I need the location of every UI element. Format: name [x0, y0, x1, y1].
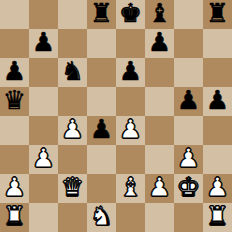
square-g7[interactable]: [174, 29, 203, 58]
square-d1[interactable]: ♞: [87, 203, 116, 232]
square-c5[interactable]: [58, 87, 87, 116]
square-c1[interactable]: [58, 203, 87, 232]
square-e3[interactable]: [116, 145, 145, 174]
square-a7[interactable]: [0, 29, 29, 58]
square-f5[interactable]: [145, 87, 174, 116]
square-b4[interactable]: [29, 116, 58, 145]
square-c8[interactable]: [58, 0, 87, 29]
black-pawn-icon[interactable]: ♟: [177, 87, 200, 115]
black-pawn-icon[interactable]: ♟: [206, 87, 229, 115]
square-a1[interactable]: ♜: [0, 203, 29, 232]
square-b1[interactable]: [29, 203, 58, 232]
white-rook-icon[interactable]: ♜: [206, 203, 229, 231]
square-d2[interactable]: [87, 174, 116, 203]
square-c4[interactable]: ♟: [58, 116, 87, 145]
square-a6[interactable]: ♟: [0, 58, 29, 87]
square-d8[interactable]: ♜: [87, 0, 116, 29]
square-e7[interactable]: [116, 29, 145, 58]
square-c3[interactable]: [58, 145, 87, 174]
square-e1[interactable]: [116, 203, 145, 232]
white-pawn-icon[interactable]: ♟: [206, 174, 229, 202]
square-d3[interactable]: [87, 145, 116, 174]
square-b7[interactable]: ♟: [29, 29, 58, 58]
square-b6[interactable]: [29, 58, 58, 87]
square-h8[interactable]: ♜: [203, 0, 232, 29]
square-g5[interactable]: ♟: [174, 87, 203, 116]
square-e5[interactable]: [116, 87, 145, 116]
black-pawn-icon[interactable]: ♟: [148, 29, 171, 57]
black-pawn-icon[interactable]: ♟: [90, 116, 113, 144]
square-d5[interactable]: [87, 87, 116, 116]
black-pawn-icon[interactable]: ♟: [32, 29, 55, 57]
square-h5[interactable]: ♟: [203, 87, 232, 116]
square-b3[interactable]: ♟: [29, 145, 58, 174]
square-e2[interactable]: ♝: [116, 174, 145, 203]
square-f2[interactable]: ♟: [145, 174, 174, 203]
square-e4[interactable]: ♟: [116, 116, 145, 145]
square-g1[interactable]: [174, 203, 203, 232]
square-d6[interactable]: [87, 58, 116, 87]
white-bishop-icon[interactable]: ♝: [119, 174, 142, 202]
square-a2[interactable]: ♟: [0, 174, 29, 203]
square-b8[interactable]: [29, 0, 58, 29]
square-f6[interactable]: [145, 58, 174, 87]
black-queen-icon[interactable]: ♛: [3, 87, 26, 115]
square-b5[interactable]: [29, 87, 58, 116]
white-pawn-icon[interactable]: ♟: [148, 174, 171, 202]
square-a8[interactable]: [0, 0, 29, 29]
square-d7[interactable]: [87, 29, 116, 58]
white-pawn-icon[interactable]: ♟: [177, 145, 200, 173]
square-f8[interactable]: ♝: [145, 0, 174, 29]
black-pawn-icon[interactable]: ♟: [3, 58, 26, 86]
square-h2[interactable]: ♟: [203, 174, 232, 203]
black-bishop-icon[interactable]: ♝: [148, 0, 171, 28]
white-pawn-icon[interactable]: ♟: [32, 145, 55, 173]
square-c6[interactable]: ♞: [58, 58, 87, 87]
white-pawn-icon[interactable]: ♟: [119, 116, 142, 144]
white-knight-icon[interactable]: ♞: [90, 203, 113, 231]
black-king-icon[interactable]: ♚: [119, 0, 142, 28]
square-h3[interactable]: [203, 145, 232, 174]
black-rook-icon[interactable]: ♜: [206, 0, 229, 28]
square-g3[interactable]: ♟: [174, 145, 203, 174]
white-pawn-icon[interactable]: ♟: [61, 116, 84, 144]
square-c7[interactable]: [58, 29, 87, 58]
square-a4[interactable]: [0, 116, 29, 145]
white-pawn-icon[interactable]: ♟: [3, 174, 26, 202]
white-rook-icon[interactable]: ♜: [3, 203, 26, 231]
square-g4[interactable]: [174, 116, 203, 145]
square-b2[interactable]: [29, 174, 58, 203]
square-c2[interactable]: ♛: [58, 174, 87, 203]
square-e6[interactable]: ♟: [116, 58, 145, 87]
square-a3[interactable]: [0, 145, 29, 174]
chess-board: ♜♚♝♜♟♟♟♞♟♛♟♟♟♟♟♟♟♟♛♝♟♚♟♜♞♜: [0, 0, 232, 232]
white-queen-icon[interactable]: ♛: [61, 174, 84, 202]
square-a5[interactable]: ♛: [0, 87, 29, 116]
black-knight-icon[interactable]: ♞: [61, 58, 84, 86]
square-f7[interactable]: ♟: [145, 29, 174, 58]
black-rook-icon[interactable]: ♜: [90, 0, 113, 28]
square-f4[interactable]: [145, 116, 174, 145]
square-h1[interactable]: ♜: [203, 203, 232, 232]
square-h7[interactable]: [203, 29, 232, 58]
square-e8[interactable]: ♚: [116, 0, 145, 29]
square-g6[interactable]: [174, 58, 203, 87]
square-g8[interactable]: [174, 0, 203, 29]
square-h6[interactable]: [203, 58, 232, 87]
square-d4[interactable]: ♟: [87, 116, 116, 145]
black-pawn-icon[interactable]: ♟: [119, 58, 142, 86]
square-f1[interactable]: [145, 203, 174, 232]
square-g2[interactable]: ♚: [174, 174, 203, 203]
square-h4[interactable]: [203, 116, 232, 145]
square-f3[interactable]: [145, 145, 174, 174]
white-king-icon[interactable]: ♚: [177, 174, 200, 202]
